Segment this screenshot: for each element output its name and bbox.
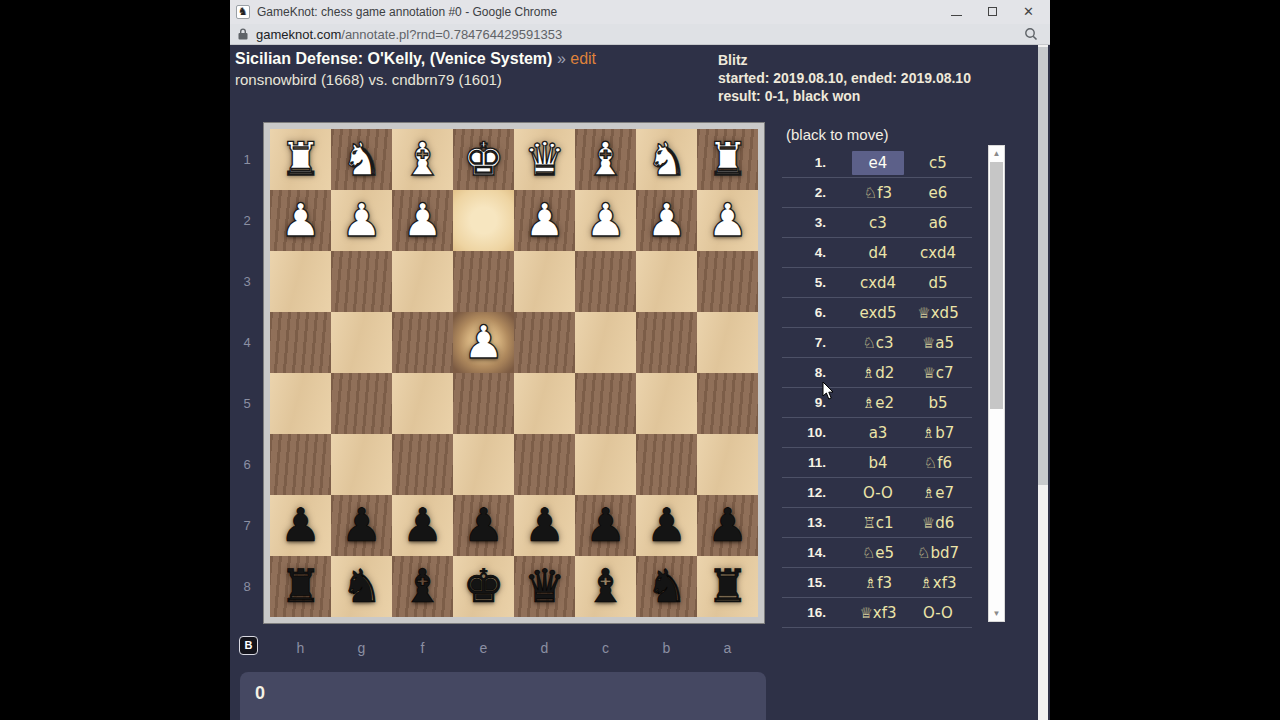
piece-black-p[interactable]: ♟: [280, 495, 321, 556]
rank-label-7: 7: [236, 495, 258, 556]
turn-badge: B: [239, 636, 258, 655]
window-titlebar: ♞ GameKnot: chess game annotation #0 - G…: [230, 0, 1050, 24]
piece-white-b[interactable]: ♝: [585, 129, 626, 190]
square-c3[interactable]: [575, 251, 636, 312]
lock-icon: [238, 28, 248, 40]
square-a1[interactable]: ♜: [697, 129, 758, 190]
move-list-scrollbar[interactable]: ▲ ▼: [988, 145, 1005, 622]
piece-black-b[interactable]: ♝: [402, 556, 443, 617]
piece-white-k[interactable]: ♚: [463, 129, 504, 190]
move-row: 2.♘f3e6: [782, 178, 972, 208]
move-white[interactable]: b4: [868, 454, 887, 472]
rank-label-5: 5: [236, 373, 258, 434]
square-g6[interactable]: [331, 434, 392, 495]
piece-white-r[interactable]: ♜: [707, 129, 748, 190]
move-black[interactable]: b5: [928, 394, 947, 412]
move-row: 12.O-O♗e7: [782, 478, 972, 508]
move-number: 5.: [782, 275, 828, 290]
square-f4[interactable]: [392, 312, 453, 373]
rank-label-6: 6: [236, 434, 258, 495]
square-c7[interactable]: ♟: [575, 495, 636, 556]
game-result: result: 0-1, black won: [718, 87, 971, 105]
move-white[interactable]: ♗e2: [862, 394, 894, 412]
move-list-scrollbar-thumb[interactable]: [990, 162, 1003, 409]
move-number: 4.: [782, 245, 828, 260]
move-row: 14.♘e5♘bd7: [782, 538, 972, 568]
square-d5[interactable]: [514, 373, 575, 434]
move-row: 5.cxd4d5: [782, 268, 972, 298]
move-row: 10.a3♗b7: [782, 418, 972, 448]
move-number: 12.: [782, 485, 828, 500]
piece-white-p[interactable]: ♟: [646, 190, 687, 251]
move-white[interactable]: ♕xf3: [859, 604, 896, 622]
maximize-button[interactable]: [988, 0, 997, 24]
square-g8[interactable]: ♞: [331, 556, 392, 617]
file-label-d: d: [514, 638, 575, 658]
square-f8[interactable]: ♝: [392, 556, 453, 617]
square-f2[interactable]: ♟: [392, 190, 453, 251]
move-white[interactable]: ♘e5: [862, 544, 894, 562]
piece-black-p[interactable]: ♟: [707, 495, 748, 556]
piece-white-p[interactable]: ♟: [341, 190, 382, 251]
file-label-c: c: [575, 638, 636, 658]
square-a3[interactable]: [697, 251, 758, 312]
mouse-cursor: [822, 381, 836, 401]
square-d3[interactable]: [514, 251, 575, 312]
piece-black-r[interactable]: ♜: [280, 556, 321, 617]
rank-label-8: 8: [236, 556, 258, 617]
move-row: 7.♘c3♕a5: [782, 328, 972, 358]
side-to-move-note: (black to move): [786, 126, 889, 143]
move-white[interactable]: ♗d2: [862, 364, 895, 382]
piece-black-p[interactable]: ♟: [524, 495, 565, 556]
piece-white-p[interactable]: ♟: [402, 190, 443, 251]
square-b8[interactable]: ♞: [636, 556, 697, 617]
piece-black-n[interactable]: ♞: [341, 556, 382, 617]
square-g3[interactable]: [331, 251, 392, 312]
square-g7[interactable]: ♟: [331, 495, 392, 556]
piece-white-p[interactable]: ♟: [707, 190, 748, 251]
move-black[interactable]: ♕d6: [922, 514, 955, 532]
move-black[interactable]: ♘bd7: [917, 544, 959, 562]
piece-black-q[interactable]: ♛: [524, 556, 565, 617]
square-b2[interactable]: ♟: [636, 190, 697, 251]
square-h3[interactable]: [270, 251, 331, 312]
move-white[interactable]: ♘c3: [862, 334, 893, 352]
square-d1[interactable]: ♛: [514, 129, 575, 190]
square-h8[interactable]: ♜: [270, 556, 331, 617]
players-line: ronsnowbird (1668) vs. cndbrn79 (1601): [235, 71, 596, 88]
piece-black-p[interactable]: ♟: [463, 495, 504, 556]
move-black[interactable]: ♕xd5: [917, 304, 958, 322]
square-c5[interactable]: [575, 373, 636, 434]
square-f6[interactable]: [392, 434, 453, 495]
square-f7[interactable]: ♟: [392, 495, 453, 556]
square-g4[interactable]: [331, 312, 392, 373]
minimize-button[interactable]: [951, 0, 962, 24]
move-number: 7.: [782, 335, 828, 350]
square-d2[interactable]: ♟: [514, 190, 575, 251]
move-white[interactable]: exd5: [860, 304, 897, 322]
move-number: 10.: [782, 425, 828, 440]
move-black[interactable]: ♘f6: [924, 454, 952, 472]
rank-label-3: 3: [236, 251, 258, 312]
scroll-up-icon[interactable]: ▲: [989, 146, 1004, 161]
square-c6[interactable]: [575, 434, 636, 495]
square-h1[interactable]: ♜: [270, 129, 331, 190]
piece-white-n[interactable]: ♞: [646, 129, 687, 190]
square-d4[interactable]: [514, 312, 575, 373]
move-row: 4.d4cxd4: [782, 238, 972, 268]
move-row: 11.b4♘f6: [782, 448, 972, 478]
rank-label-2: 2: [236, 190, 258, 251]
move-number: 1.: [782, 155, 828, 170]
move-row: 13.♖c1♕d6: [782, 508, 972, 538]
move-row: 3.c3a6: [782, 208, 972, 238]
piece-white-p[interactable]: ♟: [463, 312, 504, 373]
move-black[interactable]: ♕a5: [922, 334, 954, 352]
move-white[interactable]: c3: [869, 214, 887, 232]
gameknot-page: Sicilian Defense: O'Kelly, (Venice Syste…: [230, 45, 1050, 720]
move-number: 3.: [782, 215, 828, 230]
square-b1[interactable]: ♞: [636, 129, 697, 190]
video-frame: ♞ GameKnot: chess game annotation #0 - G…: [0, 0, 1280, 720]
square-a5[interactable]: [697, 373, 758, 434]
move-black[interactable]: ♗e7: [922, 484, 954, 502]
url-text: gameknot.com/annotate.pl?rnd=0.784764429…: [256, 27, 562, 42]
move-row: 6.exd5♕xd5: [782, 298, 972, 328]
annotation-panel: 0: [240, 672, 766, 720]
move-number: 16.: [782, 605, 828, 620]
rank-label-4: 4: [236, 312, 258, 373]
file-label-a: a: [697, 638, 758, 658]
square-e1[interactable]: ♚: [453, 129, 514, 190]
move-row: 9.♗e2b5: [782, 388, 972, 418]
move-row: 1.e4c5: [782, 148, 972, 178]
square-b4[interactable]: [636, 312, 697, 373]
move-number: 2.: [782, 185, 828, 200]
move-white[interactable]: ♖c1: [862, 514, 893, 532]
square-e6[interactable]: [453, 434, 514, 495]
square-c1[interactable]: ♝: [575, 129, 636, 190]
square-c8[interactable]: ♝: [575, 556, 636, 617]
piece-black-b[interactable]: ♝: [585, 556, 626, 617]
move-number: 8.: [782, 365, 828, 380]
annotation-counter: 0: [240, 672, 766, 704]
square-d6[interactable]: [514, 434, 575, 495]
file-label-h: h: [270, 638, 331, 658]
square-e7[interactable]: ♟: [453, 495, 514, 556]
piece-white-b[interactable]: ♝: [402, 129, 443, 190]
square-h2[interactable]: ♟: [270, 190, 331, 251]
move-black[interactable]: c5: [929, 154, 947, 172]
move-black[interactable]: ♗xf3: [919, 574, 956, 592]
square-g2[interactable]: ♟: [331, 190, 392, 251]
move-black[interactable]: e6: [929, 184, 948, 202]
move-list: 1.e4c52.♘f3e63.c3a64.d4cxd45.cxd4d56.exd…: [782, 148, 972, 628]
move-white[interactable]: a3: [869, 424, 888, 442]
game-title: Sicilian Defense: O'Kelly, (Venice Syste…: [235, 50, 596, 68]
piece-white-q[interactable]: ♛: [524, 129, 565, 190]
square-a4[interactable]: [697, 312, 758, 373]
piece-black-n[interactable]: ♞: [646, 556, 687, 617]
piece-black-p[interactable]: ♟: [341, 495, 382, 556]
chess-board: ♜♞♝♚♛♝♞♜♟♟♟♟♟♟♟♟♟♟♟♟♟♟♟♟♜♞♝♚♛♝♞♜: [270, 129, 758, 617]
browser-scrollbar[interactable]: [1038, 45, 1048, 720]
board-frame: ♜♞♝♚♛♝♞♜♟♟♟♟♟♟♟♟♟♟♟♟♟♟♟♟♜♞♝♚♛♝♞♜: [264, 123, 764, 623]
move-black[interactable]: a6: [929, 214, 948, 232]
close-button[interactable]: ✕: [1023, 0, 1034, 24]
square-c4[interactable]: [575, 312, 636, 373]
move-black[interactable]: d5: [928, 274, 947, 292]
square-a2[interactable]: ♟: [697, 190, 758, 251]
move-white[interactable]: d4: [868, 244, 887, 262]
file-label-f: f: [392, 638, 453, 658]
move-row: 8.♗d2♕c7: [782, 358, 972, 388]
rank-label-1: 1: [236, 129, 258, 190]
game-dates: started: 2019.08.10, ended: 2019.08.10: [718, 69, 971, 87]
square-f1[interactable]: ♝: [392, 129, 453, 190]
piece-white-p[interactable]: ♟: [280, 190, 321, 251]
square-e5[interactable]: [453, 373, 514, 434]
square-f3[interactable]: [392, 251, 453, 312]
square-h6[interactable]: [270, 434, 331, 495]
browser-window: ♞ GameKnot: chess game annotation #0 - G…: [230, 0, 1050, 720]
square-d8[interactable]: ♛: [514, 556, 575, 617]
move-black[interactable]: O-O: [923, 604, 953, 622]
move-number: 13.: [782, 515, 828, 530]
game-meta: Blitz started: 2019.08.10, ended: 2019.0…: [718, 51, 971, 105]
gameknot-favicon-icon: ♞: [236, 5, 250, 19]
magnifier-icon[interactable]: [1024, 27, 1038, 41]
piece-black-p[interactable]: ♟: [402, 495, 443, 556]
browser-scrollbar-thumb[interactable]: [1038, 47, 1048, 485]
move-black[interactable]: cxd4: [920, 244, 956, 262]
title-separator: »: [557, 50, 566, 67]
piece-black-k[interactable]: ♚: [463, 556, 504, 617]
move-black[interactable]: ♗b7: [922, 424, 955, 442]
move-black[interactable]: ♕c7: [922, 364, 953, 382]
move-number: 11.: [782, 455, 828, 470]
edit-link[interactable]: edit: [570, 50, 596, 67]
square-b5[interactable]: [636, 373, 697, 434]
move-number: 14.: [782, 545, 828, 560]
square-b6[interactable]: [636, 434, 697, 495]
address-bar[interactable]: gameknot.com/annotate.pl?rnd=0.784764429…: [230, 24, 1050, 45]
game-type: Blitz: [718, 51, 971, 69]
piece-white-p[interactable]: ♟: [585, 190, 626, 251]
square-b7[interactable]: ♟: [636, 495, 697, 556]
square-e4[interactable]: ♟: [453, 312, 514, 373]
piece-black-r[interactable]: ♜: [707, 556, 748, 617]
square-h7[interactable]: ♟: [270, 495, 331, 556]
square-c2[interactable]: ♟: [575, 190, 636, 251]
square-g5[interactable]: [331, 373, 392, 434]
piece-white-r[interactable]: ♜: [280, 129, 321, 190]
move-white[interactable]: e4: [852, 151, 905, 175]
square-a8[interactable]: ♜: [697, 556, 758, 617]
square-e2[interactable]: [453, 190, 514, 251]
move-row: 16.♕xf3O-O: [782, 598, 972, 628]
square-e8[interactable]: ♚: [453, 556, 514, 617]
piece-black-p[interactable]: ♟: [646, 495, 687, 556]
file-label-e: e: [453, 638, 514, 658]
square-a6[interactable]: [697, 434, 758, 495]
move-white[interactable]: ♘f3: [864, 184, 892, 202]
piece-black-p[interactable]: ♟: [585, 495, 626, 556]
square-a7[interactable]: ♟: [697, 495, 758, 556]
move-white[interactable]: cxd4: [860, 274, 896, 292]
square-h5[interactable]: [270, 373, 331, 434]
move-white[interactable]: O-O: [863, 484, 893, 502]
square-h4[interactable]: [270, 312, 331, 373]
square-f5[interactable]: [392, 373, 453, 434]
square-e3[interactable]: [453, 251, 514, 312]
move-number: 15.: [782, 575, 828, 590]
square-g1[interactable]: ♞: [331, 129, 392, 190]
square-b3[interactable]: [636, 251, 697, 312]
file-label-b: b: [636, 638, 697, 658]
file-label-g: g: [331, 638, 392, 658]
piece-white-p[interactable]: ♟: [524, 190, 565, 251]
move-row: 15.♗f3♗xf3: [782, 568, 972, 598]
piece-white-n[interactable]: ♞: [341, 129, 382, 190]
move-number: 6.: [782, 305, 828, 320]
move-white[interactable]: ♗f3: [864, 574, 892, 592]
scroll-down-icon[interactable]: ▼: [989, 606, 1004, 621]
square-d7[interactable]: ♟: [514, 495, 575, 556]
window-title: GameKnot: chess game annotation #0 - Goo…: [257, 5, 557, 19]
